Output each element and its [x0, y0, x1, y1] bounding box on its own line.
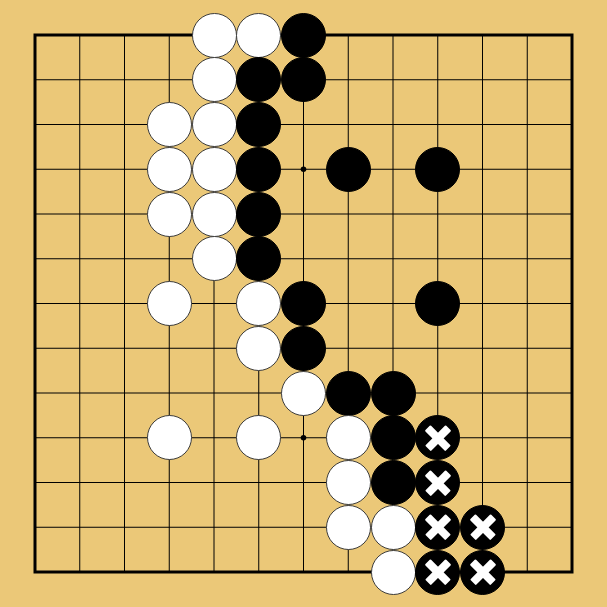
white-stone — [371, 505, 416, 550]
black-stone — [281, 13, 326, 58]
white-stone — [147, 192, 192, 237]
white-stone — [192, 102, 237, 147]
white-stone — [192, 236, 237, 281]
marked-black-stone — [415, 550, 460, 595]
black-stone — [371, 460, 416, 505]
white-stone — [192, 192, 237, 237]
black-stone — [371, 371, 416, 416]
black-stone — [236, 147, 281, 192]
black-stone — [281, 326, 326, 371]
black-stone — [236, 102, 281, 147]
black-stone — [415, 281, 460, 326]
white-stone — [236, 326, 281, 371]
white-stone — [326, 460, 371, 505]
marked-black-stone — [415, 505, 460, 550]
white-stone — [236, 281, 281, 326]
white-stone — [147, 147, 192, 192]
black-stone — [415, 147, 460, 192]
white-stone — [147, 415, 192, 460]
white-stone — [192, 57, 237, 102]
white-stone — [147, 281, 192, 326]
go-diagram — [0, 0, 607, 607]
marked-black-stone — [460, 505, 505, 550]
black-stone — [236, 236, 281, 281]
black-stone — [281, 57, 326, 102]
white-stone — [147, 102, 192, 147]
black-stone — [236, 192, 281, 237]
black-stone — [371, 415, 416, 460]
white-stone — [326, 415, 371, 460]
white-stone — [192, 147, 237, 192]
marked-black-stone — [415, 415, 460, 460]
black-stone — [326, 371, 371, 416]
white-stone — [236, 415, 281, 460]
white-stone — [371, 550, 416, 595]
white-stone — [192, 13, 237, 58]
go-board[interactable] — [0, 0, 607, 607]
black-stone — [326, 147, 371, 192]
stone-layer — [13, 13, 595, 595]
black-stone — [281, 281, 326, 326]
white-stone — [281, 371, 326, 416]
white-stone — [236, 13, 281, 58]
marked-black-stone — [415, 460, 460, 505]
black-stone — [236, 57, 281, 102]
white-stone — [326, 505, 371, 550]
marked-black-stone — [460, 550, 505, 595]
